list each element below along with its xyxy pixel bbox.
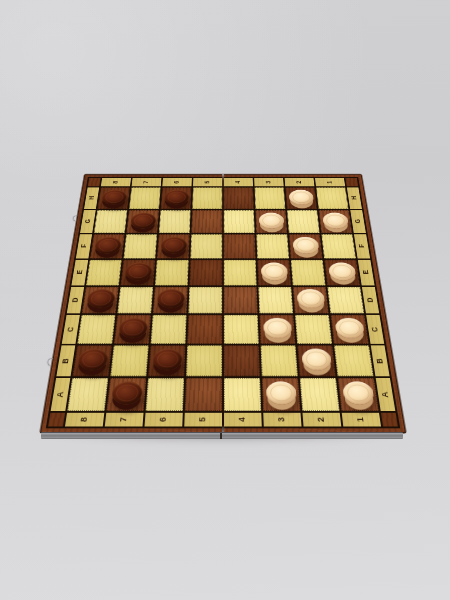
file-label-b-left-text: B [61,358,70,363]
square-a2[interactable] [300,378,340,411]
file-label-e-left-text: E [76,270,84,274]
checker-light-c1[interactable] [334,318,365,338]
square-b2[interactable] [297,346,335,377]
file-label-b-right-text: B [375,358,384,363]
file-label-h-right: H [347,187,362,209]
rank-label-2-top-text: 2 [296,181,303,184]
file-label-c-right: C [366,315,384,344]
square-b7[interactable] [110,346,148,377]
checker-dark-f6[interactable] [160,237,186,254]
rank-label-5-top-text: 5 [204,181,211,184]
square-e4[interactable] [224,260,257,286]
photo-backdrop: 87654321HHGGFFEEDDCCBBAA87654321 [0,0,450,600]
square-f1[interactable] [321,234,355,258]
square-e7[interactable] [121,260,156,286]
rank-label-4-top: 4 [224,178,253,186]
rank-label-1-bottom-text: 1 [356,417,365,422]
square-h8[interactable] [97,187,129,209]
square-d4[interactable] [224,286,258,313]
rank-label-8-bottom: 8 [65,413,104,427]
square-e5[interactable] [189,260,222,286]
board-side-edge [41,432,403,439]
checker-light-g1[interactable] [322,213,349,229]
square-g8[interactable] [94,210,127,233]
square-a1[interactable] [338,378,379,411]
frame-corner [381,413,398,427]
square-f5[interactable] [190,234,222,258]
rank-label-3-bottom: 3 [263,413,301,427]
rank-label-3-bottom-text: 3 [278,417,287,422]
checker-dark-d6[interactable] [156,289,184,308]
checker-dark-g7[interactable] [130,213,156,229]
square-h4[interactable] [224,187,254,209]
file-label-h-right-text: H [351,196,359,200]
rank-label-1-top-text: 1 [326,181,333,184]
file-label-c-right-text: C [371,327,380,332]
rank-label-6-bottom-text: 6 [159,417,168,422]
rank-label-1-top: 1 [315,178,345,186]
rank-label-7-top-text: 7 [143,181,150,184]
file-label-e-right-text: E [362,270,370,274]
file-label-e-right: E [358,260,375,286]
rank-label-5-bottom-text: 5 [199,417,208,422]
square-e3[interactable] [257,260,291,286]
rank-label-4-top-text: 4 [235,181,242,184]
rank-label-5-top: 5 [193,178,222,186]
file-label-b-right: B [371,346,390,377]
rank-label-8-top: 8 [101,178,131,186]
file-label-f-left-text: F [80,244,88,247]
square-f2[interactable] [289,234,323,258]
square-c7[interactable] [114,315,151,344]
checker-dark-a7[interactable] [111,382,143,405]
square-c3[interactable] [259,315,295,344]
square-a4[interactable] [224,378,261,411]
square-g3[interactable] [255,210,287,233]
file-label-g-right-text: G [354,219,362,223]
rank-label-7-bottom-text: 7 [120,417,129,422]
square-c6[interactable] [151,315,187,344]
rank-label-8-bottom-text: 8 [80,417,89,422]
square-b1[interactable] [334,346,373,377]
checker-dark-e7[interactable] [124,262,152,280]
square-h3[interactable] [255,187,286,209]
checker-light-g3[interactable] [258,213,284,229]
file-label-a-left-text: A [56,391,66,397]
checker-light-a1[interactable] [341,382,374,405]
board-fold-seam [222,174,225,433]
square-h6[interactable] [161,187,192,209]
file-label-d-right-text: D [366,298,375,303]
file-label-d-left-text: D [71,298,80,303]
square-a6[interactable] [146,378,184,411]
square-b4[interactable] [224,346,260,377]
square-d6[interactable] [153,286,188,313]
square-f7[interactable] [124,234,158,258]
checker-light-e3[interactable] [260,262,287,280]
rank-label-8-top-text: 8 [112,181,119,184]
square-d1[interactable] [327,286,364,313]
rank-label-2-bottom: 2 [302,413,341,427]
square-h7[interactable] [129,187,161,209]
checker-dark-h8[interactable] [101,190,127,205]
square-c1[interactable] [331,315,369,344]
checker-light-c3[interactable] [263,318,292,338]
rank-label-2-bottom-text: 2 [317,417,326,422]
file-label-g-right: G [350,210,366,233]
square-g7[interactable] [126,210,159,233]
square-c2[interactable] [295,315,332,344]
file-label-d-right: D [362,286,379,313]
checker-light-b2[interactable] [301,349,332,370]
rank-label-3-top: 3 [254,178,284,186]
board-3d-wrap: 87654321HHGGFFEEDDCCBBAA87654321 [40,174,406,433]
checker-dark-b6[interactable] [152,349,182,370]
square-c8[interactable] [77,315,115,344]
file-label-a-right: A [376,378,396,411]
checker-dark-f8[interactable] [94,237,122,254]
rank-label-6-top: 6 [162,178,192,186]
square-b6[interactable] [148,346,185,377]
checker-dark-d8[interactable] [86,289,116,308]
square-b8[interactable] [72,346,111,377]
square-d3[interactable] [258,286,293,313]
square-h1[interactable] [316,187,348,209]
square-a7[interactable] [106,378,146,411]
rank-label-7-top: 7 [132,178,162,186]
square-f4[interactable] [224,234,256,258]
rank-label-1-bottom: 1 [342,413,381,427]
square-b3[interactable] [261,346,298,377]
square-e6[interactable] [155,260,189,286]
square-g1[interactable] [319,210,352,233]
file-label-f-right: F [354,234,370,258]
checker-dark-c7[interactable] [118,318,148,338]
square-a8[interactable] [67,378,108,411]
frame-corner [345,178,358,186]
rank-label-4-bottom-text: 4 [238,417,247,422]
file-label-h-left-text: H [88,196,96,200]
square-h2[interactable] [285,187,317,209]
file-label-g-left-text: G [84,219,92,223]
square-c5[interactable] [187,315,222,344]
file-label-f-right-text: F [358,244,366,247]
square-g5[interactable] [191,210,222,233]
checker-dark-h6[interactable] [164,190,189,205]
checker-light-d2[interactable] [296,289,325,308]
checker-light-a3[interactable] [265,382,296,405]
square-b5[interactable] [186,346,222,377]
file-label-c-left-text: C [66,327,75,332]
frame-corner [48,413,65,427]
file-label-a-right-text: A [381,391,391,397]
checker-light-h2[interactable] [288,190,314,205]
clasp-hook-icon [72,216,79,222]
square-c4[interactable] [224,315,259,344]
square-d2[interactable] [293,286,329,313]
rank-label-4-bottom: 4 [224,413,262,427]
square-g6[interactable] [159,210,191,233]
rank-label-3-top-text: 3 [265,181,272,184]
square-a5[interactable] [185,378,222,411]
square-e8[interactable] [86,260,122,286]
square-d7[interactable] [117,286,153,313]
square-a3[interactable] [262,378,300,411]
square-f6[interactable] [157,234,190,258]
square-f8[interactable] [90,234,124,258]
clasp-hook-icon [47,358,56,366]
square-e1[interactable] [324,260,360,286]
rank-label-6-top-text: 6 [174,181,181,184]
game-board: 87654321HHGGFFEEDDCCBBAA87654321 [40,174,406,433]
rank-label-7-bottom: 7 [105,413,144,427]
checker-light-e1[interactable] [328,262,357,280]
square-f3[interactable] [256,234,289,258]
square-d8[interactable] [82,286,119,313]
square-e2[interactable] [291,260,326,286]
rank-label-5-bottom: 5 [184,413,222,427]
square-g2[interactable] [287,210,320,233]
rank-label-2-top: 2 [285,178,315,186]
square-h5[interactable] [192,187,222,209]
checker-dark-b8[interactable] [77,349,109,370]
square-g4[interactable] [224,210,255,233]
checker-light-f2[interactable] [292,237,319,254]
square-d5[interactable] [188,286,222,313]
rank-label-6-bottom: 6 [144,413,182,427]
frame-corner [88,178,101,186]
